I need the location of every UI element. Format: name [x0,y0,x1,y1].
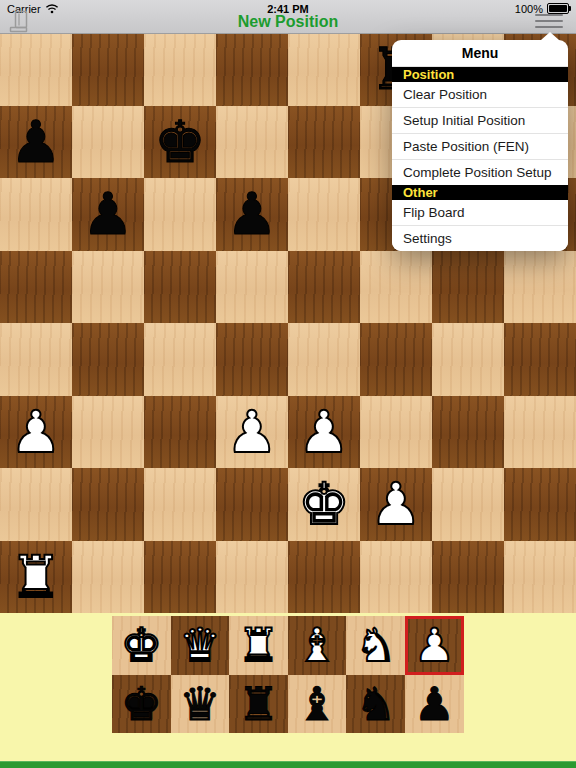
menu-section-other: Other [392,185,568,200]
square-e1[interactable] [288,541,360,614]
piece-white-pawn: ♟ [370,468,422,540]
piece-white-rook: ♜ [238,616,279,674]
square-h2[interactable] [504,468,576,541]
square-d7[interactable] [216,106,288,179]
square-a5[interactable] [0,251,72,324]
menu-item-clear-position[interactable]: Clear Position [392,82,568,107]
menu-item-setup-initial-position[interactable]: Setup Initial Position [392,107,568,133]
page-title: New Position [0,12,576,32]
palette-black-bishop[interactable]: ♝ [288,675,347,734]
piece-black-rook: ♜ [238,675,279,733]
square-a1[interactable]: ♜ [0,541,72,614]
square-e7[interactable] [288,106,360,179]
menu-item-flip-board[interactable]: Flip Board [392,200,568,225]
piece-black-king: ♚ [121,675,162,733]
square-e2[interactable]: ♚ [288,468,360,541]
piece-white-king: ♚ [298,468,350,540]
piece-black-knight: ♞ [355,675,396,733]
palette-black-queen[interactable]: ♛ [171,675,230,734]
menu-item-settings[interactable]: Settings [392,225,568,251]
palette-black-king[interactable]: ♚ [112,675,171,734]
menu-section-position: Position [392,67,568,82]
piece-white-knight: ♞ [355,616,396,674]
square-c6[interactable] [144,178,216,251]
square-b7[interactable] [72,106,144,179]
menu-title: Menu [392,40,568,67]
top-bar: Carrier 2:41 PM 100% New Position [0,0,576,34]
palette-black-rook[interactable]: ♜ [229,675,288,734]
square-b3[interactable] [72,396,144,469]
piece-white-queen: ♛ [179,616,220,674]
menu-hamburger-icon[interactable] [535,14,563,28]
piece-white-pawn: ♟ [414,616,455,674]
square-h3[interactable] [504,396,576,469]
square-c7[interactable]: ♚ [144,106,216,179]
battery-percent: 100% [515,3,543,15]
square-e5[interactable] [288,251,360,324]
palette-white-knight[interactable]: ♞ [346,616,405,675]
square-d8[interactable] [216,33,288,106]
palette-black-knight[interactable]: ♞ [346,675,405,734]
piece-white-pawn: ♟ [10,396,62,468]
piece-black-pawn: ♟ [414,675,455,733]
square-c8[interactable] [144,33,216,106]
palette-white-pawn[interactable]: ♟ [405,616,464,675]
square-b8[interactable] [72,33,144,106]
square-b4[interactable] [72,323,144,396]
square-a8[interactable] [0,33,72,106]
palette-white-king[interactable]: ♚ [112,616,171,675]
square-h5[interactable] [504,251,576,324]
square-c4[interactable] [144,323,216,396]
square-c1[interactable] [144,541,216,614]
position-book-icon[interactable] [8,10,32,33]
square-g1[interactable] [432,541,504,614]
menu-popover: Menu PositionClear PositionSetup Initial… [392,40,568,251]
square-d5[interactable] [216,251,288,324]
square-h1[interactable] [504,541,576,614]
app-screen: Carrier 2:41 PM 100% New Position ♜♟♚♟♟♟… [0,0,576,768]
piece-white-king: ♚ [121,616,162,674]
piece-black-bishop: ♝ [296,675,337,733]
piece-black-queen: ♛ [179,675,220,733]
square-g4[interactable] [432,323,504,396]
piece-white-rook: ♜ [10,541,62,613]
square-e4[interactable] [288,323,360,396]
menu-item-paste-position-fen[interactable]: Paste Position (FEN) [392,133,568,159]
square-c5[interactable] [144,251,216,324]
popover-arrow-icon [541,32,559,40]
square-d3[interactable]: ♟ [216,396,288,469]
square-b5[interactable] [72,251,144,324]
square-c3[interactable] [144,396,216,469]
square-a7[interactable]: ♟ [0,106,72,179]
square-g3[interactable] [432,396,504,469]
square-d6[interactable]: ♟ [216,178,288,251]
square-a2[interactable] [0,468,72,541]
square-f2[interactable]: ♟ [360,468,432,541]
square-a3[interactable]: ♟ [0,396,72,469]
square-g2[interactable] [432,468,504,541]
piece-black-king: ♚ [154,106,206,178]
bottom-accent-bar [0,761,576,768]
square-e3[interactable]: ♟ [288,396,360,469]
menu-item-complete-position-setup[interactable]: Complete Position Setup [392,159,568,185]
square-f4[interactable] [360,323,432,396]
piece-white-pawn: ♟ [298,396,350,468]
palette-white-bishop[interactable]: ♝ [288,616,347,675]
square-b6[interactable]: ♟ [72,178,144,251]
square-b1[interactable] [72,541,144,614]
square-a6[interactable] [0,178,72,251]
square-g5[interactable] [432,251,504,324]
palette-white-rook[interactable]: ♜ [229,616,288,675]
square-d2[interactable] [216,468,288,541]
square-c2[interactable] [144,468,216,541]
square-f5[interactable] [360,251,432,324]
square-b2[interactable] [72,468,144,541]
square-h4[interactable] [504,323,576,396]
palette-white-queen[interactable]: ♛ [171,616,230,675]
piece-white-pawn: ♟ [226,396,278,468]
square-f3[interactable] [360,396,432,469]
piece-black-pawn: ♟ [226,178,278,250]
square-e6[interactable] [288,178,360,251]
square-a4[interactable] [0,323,72,396]
palette-black-pawn[interactable]: ♟ [405,675,464,734]
square-e8[interactable] [288,33,360,106]
piece-black-pawn: ♟ [10,106,62,178]
square-d1[interactable] [216,541,288,614]
piece-palette: ♚♛♜♝♞♟♚♛♜♝♞♟ [112,616,464,733]
piece-black-pawn: ♟ [82,178,134,250]
piece-white-bishop: ♝ [296,616,337,674]
square-f1[interactable] [360,541,432,614]
battery-icon [547,3,569,14]
square-d4[interactable] [216,323,288,396]
